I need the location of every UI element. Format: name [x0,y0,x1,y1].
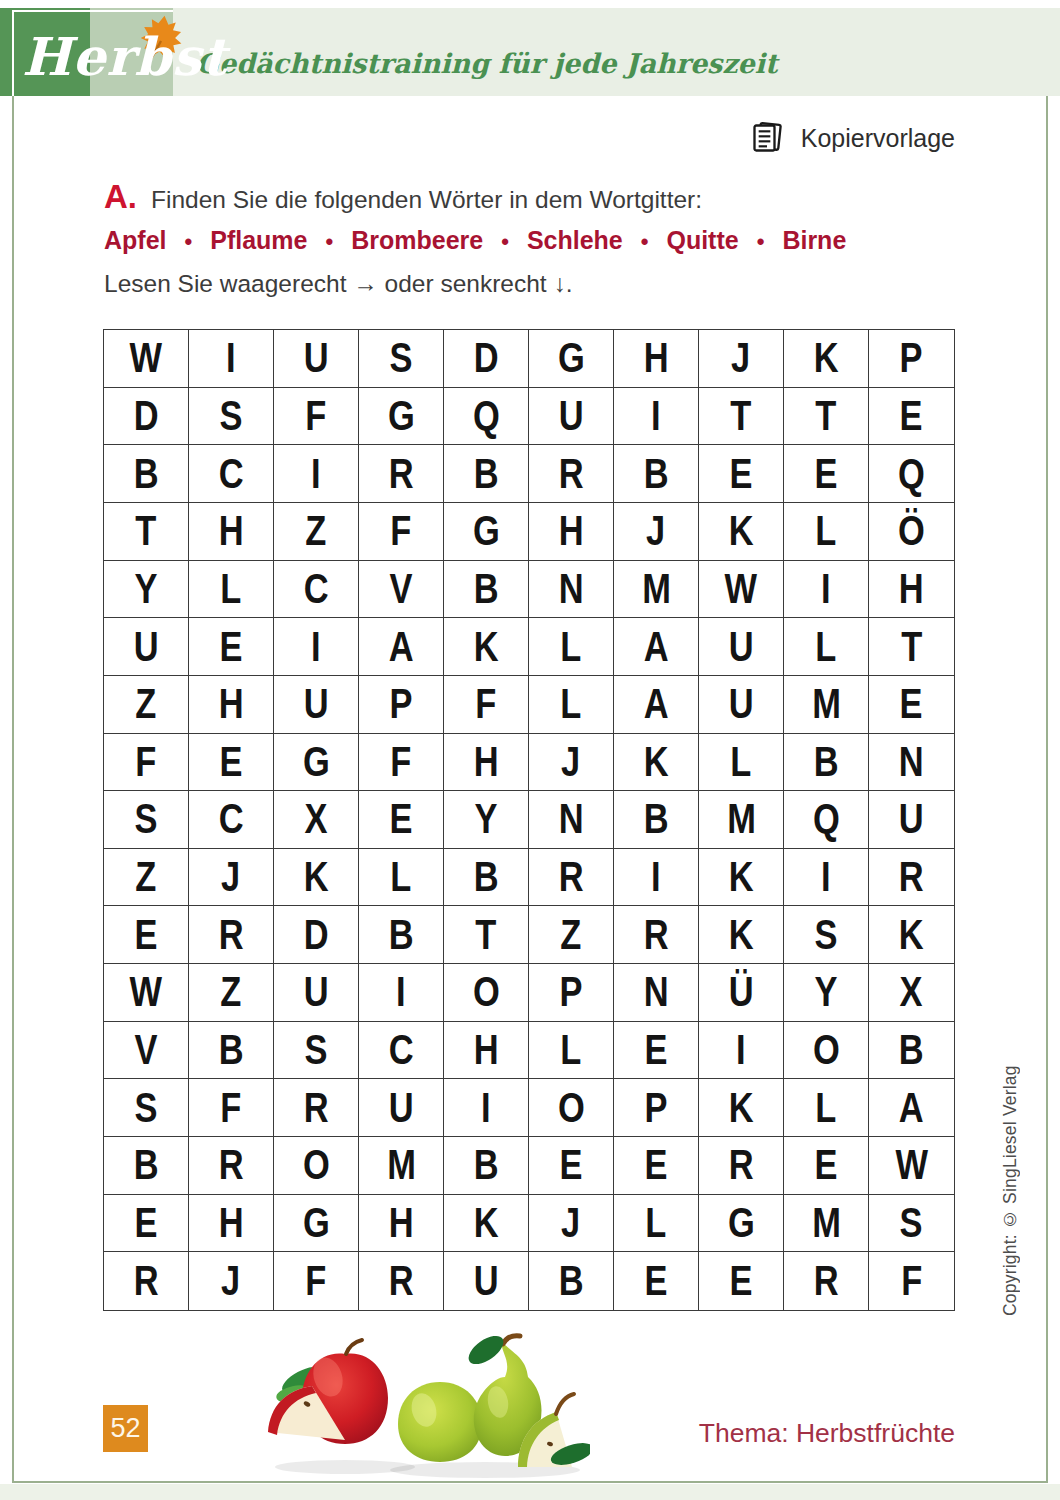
grid-letter: Z [560,914,581,956]
grid-cell[interactable]: K [699,503,784,561]
grid-cell[interactable]: D [444,330,529,388]
grid-cell[interactable]: H [614,330,699,388]
grid-letter: E [645,1029,668,1071]
grid-cell[interactable]: L [614,1195,699,1253]
grid-letter: D [474,337,499,379]
grid-cell[interactable]: U [699,618,784,676]
grid-letter: Z [135,856,156,898]
grid-cell[interactable]: B [359,906,444,964]
grid-letter: H [644,337,669,379]
grid-letter: M [387,1144,416,1186]
grid-cell[interactable]: S [274,1022,359,1080]
grid-cell[interactable]: Q [869,445,954,503]
grid-cell[interactable]: L [529,618,614,676]
grid-cell[interactable]: H [189,503,274,561]
grid-letter: J [561,741,580,783]
grid-cell[interactable]: M [784,1195,869,1253]
grid-letter: S [305,1029,328,1071]
grid-cell[interactable]: S [869,1195,954,1253]
grid-letter: Q [473,395,500,437]
grid-cell[interactable]: R [614,906,699,964]
grid-letter: H [219,1202,244,1244]
grid-cell[interactable]: E [869,676,954,734]
grid-cell[interactable]: I [614,849,699,907]
bullet-separator: • [641,229,649,254]
grid-cell[interactable]: H [189,676,274,734]
grid-cell[interactable]: R [699,1137,784,1195]
grid-cell[interactable]: L [784,618,869,676]
grid-cell[interactable]: E [614,1252,699,1310]
grid-letter: G [728,1202,755,1244]
grid-letter: S [220,395,243,437]
grid-cell[interactable]: H [189,1195,274,1253]
grid-cell[interactable]: G [359,388,444,446]
grid-letter: I [736,1029,746,1071]
grid-cell[interactable]: U [529,388,614,446]
grid-letter: K [899,914,924,956]
grid-cell[interactable]: I [784,849,869,907]
grid-cell[interactable]: B [189,1022,274,1080]
grid-cell[interactable]: U [274,676,359,734]
grid-letter: P [645,1087,668,1129]
grid-cell[interactable]: A [614,618,699,676]
grid-cell[interactable]: E [699,445,784,503]
grid-letter: J [646,510,665,552]
grid-cell[interactable]: K [614,734,699,792]
grid-cell[interactable]: T [784,388,869,446]
grid-cell[interactable]: Ü [699,964,784,1022]
grid-cell[interactable]: C [274,561,359,619]
grid-letter: A [644,683,669,725]
grid-cell[interactable]: F [274,388,359,446]
grid-letter: E [815,1144,838,1186]
grid-cell[interactable]: O [529,1079,614,1137]
grid-cell[interactable]: B [869,1022,954,1080]
grid-cell[interactable]: F [869,1252,954,1310]
grid-letter: S [900,1202,923,1244]
grid-cell[interactable]: S [104,791,189,849]
grid-letter: I [821,856,831,898]
grid-cell[interactable]: F [359,503,444,561]
grid-cell[interactable]: W [699,561,784,619]
grid-letter: F [135,741,156,783]
grid-letter: K [304,856,329,898]
grid-cell[interactable]: K [699,849,784,907]
grid-letter: T [815,395,836,437]
grid-cell[interactable]: U [444,1252,529,1310]
grid-letter: E [900,683,923,725]
grid-cell[interactable]: C [189,445,274,503]
grid-cell[interactable]: B [784,734,869,792]
grid-letter: J [561,1202,580,1244]
grid-cell[interactable]: K [699,906,784,964]
grid-cell[interactable]: Q [784,791,869,849]
grid-cell[interactable]: E [699,1252,784,1310]
grid-cell[interactable]: A [359,618,444,676]
grid-cell[interactable]: U [274,964,359,1022]
grid-cell[interactable]: K [444,618,529,676]
grid-cell[interactable]: J [699,330,784,388]
grid-letter: U [729,683,754,725]
grid-letter: S [135,798,158,840]
grid-letter: N [899,741,924,783]
grid-cell[interactable]: U [359,1079,444,1137]
grid-cell[interactable]: R [189,1137,274,1195]
grid-cell[interactable]: Y [444,791,529,849]
grid-cell[interactable]: Z [104,849,189,907]
grid-letter: E [730,453,753,495]
grid-letter: B [134,453,159,495]
grid-letter: B [134,1144,159,1186]
grid-cell[interactable]: B [614,445,699,503]
grid-letter: R [389,1260,414,1302]
grid-letter: B [474,856,499,898]
grid-cell[interactable]: F [274,1252,359,1310]
grid-letter: I [651,856,661,898]
grid-letter: B [559,1260,584,1302]
grid-cell[interactable]: C [359,1022,444,1080]
grid-cell[interactable]: Y [104,561,189,619]
grid-cell[interactable]: X [274,791,359,849]
grid-cell[interactable]: G [274,1195,359,1253]
grid-cell[interactable]: E [784,445,869,503]
grid-letter: O [813,1029,840,1071]
bullet-separator: • [757,229,765,254]
grid-cell[interactable]: U [104,618,189,676]
grid-cell[interactable]: R [869,849,954,907]
grid-cell[interactable]: F [444,676,529,734]
grid-cell[interactable]: F [189,1079,274,1137]
task-letter: A. [104,178,137,216]
grid-cell[interactable]: V [359,561,444,619]
grid-cell[interactable]: S [189,388,274,446]
grid-cell[interactable]: I [189,330,274,388]
grid-cell[interactable]: L [359,849,444,907]
grid-letter: L [560,683,581,725]
grid-cell[interactable]: Ö [869,503,954,561]
grid-cell[interactable]: D [104,388,189,446]
grid-letter: Ü [729,971,754,1013]
grid-cell[interactable]: T [104,503,189,561]
grid-letter: R [304,1087,329,1129]
grid-letter: C [304,568,329,610]
grid-letter: R [219,1144,244,1186]
grid-cell[interactable]: T [699,388,784,446]
grid-cell[interactable]: K [869,906,954,964]
grid-cell[interactable]: E [614,1137,699,1195]
grid-cell[interactable]: T [869,618,954,676]
grid-cell[interactable]: E [359,791,444,849]
grid-letter: U [304,337,329,379]
grid-cell[interactable]: U [869,791,954,849]
grid-cell[interactable]: E [784,1137,869,1195]
kopiervorlage-badge: Kopiervorlage [747,118,955,158]
grid-letter: E [645,1260,668,1302]
grid-cell[interactable]: T [444,906,529,964]
grid-letter: H [219,683,244,725]
grid-cell[interactable]: Y [784,964,869,1022]
bullet-separator: • [185,229,193,254]
grid-letter: K [729,1087,754,1129]
grid-letter: K [729,856,754,898]
grid-cell[interactable]: O [784,1022,869,1080]
grid-cell[interactable]: F [104,734,189,792]
grid-cell[interactable]: J [189,849,274,907]
copy-pages-icon [747,118,787,158]
grid-letter: L [390,856,411,898]
page-subtitle: Gedächtnistraining für jede Jahreszeit [196,48,778,79]
grid-cell[interactable]: G [529,330,614,388]
grid-letter: F [220,1087,241,1129]
grid-letter: B [389,914,414,956]
grid-cell[interactable]: J [529,734,614,792]
theme-label: Thema: Herbstfrüchte [699,1418,955,1449]
grid-letter: E [560,1144,583,1186]
grid-cell[interactable]: D [274,906,359,964]
grid-cell[interactable]: B [444,849,529,907]
grid-cell[interactable]: K [274,849,359,907]
grid-letter: O [558,1087,585,1129]
grid-cell[interactable]: Z [189,964,274,1022]
grid-cell[interactable]: B [444,561,529,619]
grid-letter: A [644,626,669,668]
grid-cell[interactable]: O [274,1137,359,1195]
grid-letter: I [651,395,661,437]
grid-letter: I [226,337,236,379]
grid-cell[interactable]: Z [529,906,614,964]
grid-letter: R [899,856,924,898]
grid-cell[interactable]: C [189,791,274,849]
grid-cell[interactable]: H [359,1195,444,1253]
grid-letter: J [731,337,750,379]
grid-cell[interactable]: U [699,676,784,734]
fruit-photo [250,1332,590,1480]
grid-cell[interactable]: O [444,964,529,1022]
grid-cell[interactable]: Q [444,388,529,446]
grid-cell[interactable]: I [784,561,869,619]
grid-letter: D [304,914,329,956]
grid-cell[interactable]: P [359,676,444,734]
grid-letter: R [729,1144,754,1186]
grid-letter: X [900,971,923,1013]
grid-letter: S [390,337,413,379]
grid-letter: O [303,1144,330,1186]
grid-cell[interactable]: W [869,1137,954,1195]
grid-letter: N [644,971,669,1013]
grid-cell[interactable]: Z [104,676,189,734]
grid-letter: B [644,453,669,495]
grid-cell[interactable]: G [699,1195,784,1253]
grid-cell[interactable]: B [614,791,699,849]
grid-cell[interactable]: W [104,330,189,388]
grid-cell[interactable]: J [529,1195,614,1253]
grid-cell[interactable]: P [529,964,614,1022]
grid-letter: B [899,1029,924,1071]
grid-cell[interactable]: R [359,445,444,503]
grid-cell[interactable]: H [869,561,954,619]
grid-letter: H [474,1029,499,1071]
grid-cell[interactable]: E [104,906,189,964]
grid-cell[interactable]: S [784,906,869,964]
grid-cell[interactable]: H [529,503,614,561]
grid-cell[interactable]: J [614,503,699,561]
word-pflaume: Pflaume [210,226,307,254]
grid-cell[interactable]: A [869,1079,954,1137]
grid-letter: B [474,453,499,495]
grid-cell[interactable]: F [359,734,444,792]
grid-cell[interactable]: G [274,734,359,792]
grid-cell[interactable]: R [784,1252,869,1310]
grid-cell[interactable]: R [359,1252,444,1310]
grid-cell[interactable]: L [189,561,274,619]
grid-cell[interactable]: R [189,906,274,964]
grid-cell[interactable]: I [359,964,444,1022]
grid-cell[interactable]: N [529,791,614,849]
grid-cell[interactable]: I [614,388,699,446]
word-quitte: Quitte [666,226,738,254]
grid-cell[interactable]: E [189,734,274,792]
grid-cell[interactable]: E [614,1022,699,1080]
grid-cell[interactable]: V [104,1022,189,1080]
grid-letter: A [389,626,414,668]
grid-cell[interactable]: N [529,561,614,619]
grid-letter: E [645,1144,668,1186]
grid-cell[interactable]: E [529,1137,614,1195]
grid-cell[interactable]: A [614,676,699,734]
grid-cell[interactable]: R [104,1252,189,1310]
grid-letter: P [390,683,413,725]
grid-cell[interactable]: P [614,1079,699,1137]
grid-cell[interactable]: M [614,561,699,619]
grid-letter: R [559,856,584,898]
grid-letter: H [899,568,924,610]
grid-letter: E [220,626,243,668]
grid-cell[interactable]: Z [274,503,359,561]
grid-letter: E [900,395,923,437]
grid-letter: D [134,395,159,437]
grid-cell[interactable]: E [104,1195,189,1253]
grid-letter: P [900,337,923,379]
grid-letter: U [474,1260,499,1302]
grid-cell[interactable]: L [529,1022,614,1080]
grid-cell[interactable]: L [784,503,869,561]
grid-cell[interactable]: N [614,964,699,1022]
grid-letter: B [644,798,669,840]
grid-cell[interactable]: J [189,1252,274,1310]
grid-cell[interactable]: K [444,1195,529,1253]
grid-cell[interactable]: R [529,445,614,503]
grid-letter: B [814,741,839,783]
grid-cell[interactable]: B [529,1252,614,1310]
grid-cell[interactable]: L [529,676,614,734]
grid-letter: K [644,741,669,783]
grid-letter: F [901,1260,922,1302]
grid-cell[interactable]: L [784,1079,869,1137]
grid-letter: S [135,1087,158,1129]
grid-cell[interactable]: B [104,1137,189,1195]
grid-cell[interactable]: M [699,791,784,849]
grid-letter: X [305,798,328,840]
grid-letter: F [390,510,411,552]
grid-letter: J [221,856,240,898]
grid-cell[interactable]: K [699,1079,784,1137]
grid-letter: F [390,741,411,783]
grid-letter: E [730,1260,753,1302]
grid-letter: E [220,741,243,783]
grid-letter: Y [815,971,838,1013]
grid-cell[interactable]: B [104,445,189,503]
grid-letter: G [388,395,415,437]
grid-cell[interactable]: B [444,445,529,503]
grid-cell[interactable]: S [359,330,444,388]
grid-letter: T [135,510,156,552]
grid-cell[interactable]: X [869,964,954,1022]
grid-cell[interactable]: G [444,503,529,561]
grid-letter: U [134,626,159,668]
grid-letter: G [473,510,500,552]
grid-letter: A [899,1087,924,1129]
grid-letter: F [305,1260,326,1302]
grid-letter: S [815,914,838,956]
grid-letter: L [560,1029,581,1071]
grid-letter: I [821,568,831,610]
grid-letter: W [725,568,758,610]
grid-letter: M [727,798,756,840]
grid-cell[interactable]: R [274,1079,359,1137]
grid-letter: Ö [898,510,925,552]
grid-cell[interactable]: M [359,1137,444,1195]
bullet-separator: • [501,229,509,254]
grid-cell[interactable]: K [784,330,869,388]
grid-cell[interactable]: E [869,388,954,446]
grid-cell[interactable]: P [869,330,954,388]
grid-letter: U [729,626,754,668]
grid-letter: G [303,1202,330,1244]
grid-cell[interactable]: L [699,734,784,792]
grid-letter: Z [135,683,156,725]
grid-cell[interactable]: I [444,1079,529,1137]
grid-letter: C [389,1029,414,1071]
grid-cell[interactable]: N [869,734,954,792]
grid-cell[interactable]: I [274,445,359,503]
grid-cell[interactable]: S [104,1079,189,1137]
grid-cell[interactable]: H [444,734,529,792]
grid-letter: Y [135,568,158,610]
grid-cell[interactable]: U [274,330,359,388]
grid-letter: L [560,626,581,668]
grid-letter: L [645,1202,666,1244]
grid-letter: W [895,1144,928,1186]
grid-letter: F [305,395,326,437]
grid-letter: T [901,626,922,668]
word-grid: WIUSDGHJKPDSFGQUITTEBCIRBRBEEQTHZFGHJKLÖ… [103,329,955,1311]
grid-letter: Q [898,453,925,495]
grid-letter: N [559,798,584,840]
grid-cell[interactable]: I [699,1022,784,1080]
grid-cell[interactable]: R [529,849,614,907]
grid-cell[interactable]: I [274,618,359,676]
grid-letter: H [389,1202,414,1244]
grid-letter: K [729,510,754,552]
grid-cell[interactable]: E [189,618,274,676]
grid-cell[interactable]: W [104,964,189,1022]
grid-cell[interactable]: H [444,1022,529,1080]
grid-letter: W [130,337,163,379]
grid-letter: T [730,395,751,437]
grid-cell[interactable]: M [784,676,869,734]
word-birne: Birne [782,226,846,254]
grid-cell[interactable]: B [444,1137,529,1195]
